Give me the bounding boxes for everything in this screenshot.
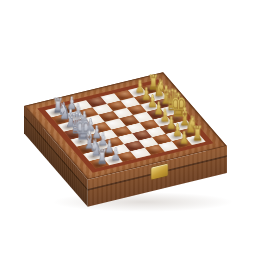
clasp-latch bbox=[151, 164, 167, 180]
chess-box: ♜♟♟♜♞♟♟♞♝♟♟♝♛♟♟♛♚♟♟♚♝♟♟♝♞♟♟♞♜♟♟♜ bbox=[24, 72, 227, 179]
piece-silver-pawn: ♟ bbox=[111, 147, 120, 163]
product-photo: ♜♟♟♜♞♟♟♞♝♟♟♝♛♟♟♛♚♟♟♚♝♟♟♝♞♟♟♞♜♟♟♜ bbox=[0, 0, 272, 272]
piece-gold-rook: ♜ bbox=[193, 124, 204, 142]
square-h1: ♜ bbox=[89, 158, 109, 169]
piece-gold-pawn: ♟ bbox=[180, 130, 189, 146]
piece-silver-rook: ♜ bbox=[96, 148, 107, 166]
